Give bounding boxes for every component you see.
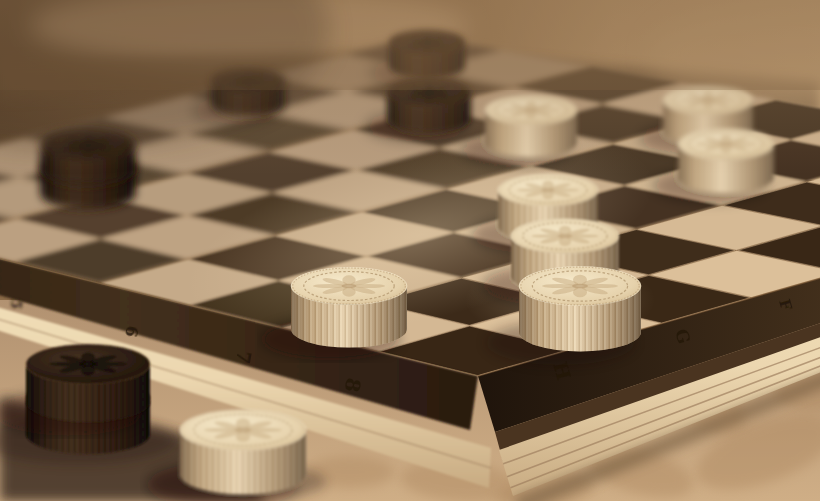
rosette-center — [235, 428, 251, 433]
rosette-center — [558, 234, 572, 238]
piece-rosette — [204, 418, 282, 441]
rosette-center — [342, 284, 357, 289]
piece-rosette — [50, 352, 127, 375]
piece-rosette — [517, 181, 579, 200]
rosette-center — [572, 284, 588, 289]
rosette-center — [80, 362, 96, 367]
piece-rosette — [532, 226, 599, 246]
piece-rosette — [313, 275, 385, 297]
piece-rosette — [542, 275, 618, 298]
rosette-center — [542, 188, 555, 192]
checkers-photo-scene: 8765HGF Sepia photograph of a wooden che… — [0, 0, 820, 501]
scene-svg: 8765HGF — [0, 0, 820, 501]
